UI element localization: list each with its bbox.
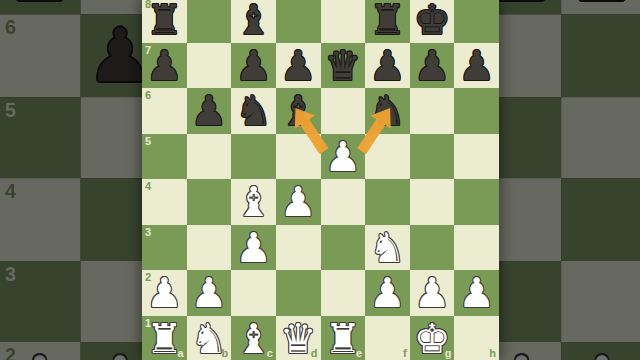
file-label-a: a	[178, 348, 184, 359]
white-pawn-f2[interactable]: ♟	[365, 271, 410, 317]
file-label-h: h	[489, 348, 496, 359]
black-pawn-h7[interactable]: ♟	[454, 44, 499, 90]
square-g7[interactable]: ♟	[410, 43, 455, 89]
square-a1[interactable]: 1a♜	[142, 316, 187, 360]
square-h5[interactable]	[454, 134, 499, 180]
square-g4[interactable]	[410, 179, 455, 225]
square-c4[interactable]: ♝	[231, 179, 276, 225]
square-h1[interactable]: h	[454, 316, 499, 360]
white-pawn-e5[interactable]: ♟	[321, 135, 366, 181]
square-d2[interactable]	[276, 270, 321, 316]
rank-label-5: 5	[145, 136, 151, 147]
square-a2: 2♟	[0, 342, 80, 360]
square-c7[interactable]: ♟	[231, 43, 276, 89]
white-pawn-d4[interactable]: ♟	[276, 180, 321, 226]
square-b8[interactable]	[187, 0, 232, 43]
rank-label-7: 7	[145, 45, 151, 56]
square-e4[interactable]	[321, 179, 366, 225]
square-c2[interactable]	[231, 270, 276, 316]
square-a2[interactable]: 2♟	[142, 270, 187, 316]
square-b6[interactable]: ♟	[187, 88, 232, 134]
square-e1[interactable]: e♜	[321, 316, 366, 360]
square-e5[interactable]: ♟	[321, 134, 366, 180]
white-pawn-h2[interactable]: ♟	[454, 271, 499, 317]
square-g2[interactable]: ♟	[410, 270, 455, 316]
square-h2: ♟	[562, 342, 640, 360]
black-bishop-d6[interactable]: ♝	[276, 89, 321, 135]
black-king-g8[interactable]: ♚	[410, 0, 455, 44]
square-b3[interactable]	[187, 225, 232, 271]
square-f8[interactable]: ♜	[365, 0, 410, 43]
square-a8[interactable]: 8♜	[142, 0, 187, 43]
square-h4	[562, 178, 640, 260]
square-h6[interactable]	[454, 88, 499, 134]
square-e6[interactable]	[321, 88, 366, 134]
square-f3[interactable]: ♞	[365, 225, 410, 271]
black-bishop-c8[interactable]: ♝	[231, 0, 276, 44]
white-bishop-c4[interactable]: ♝	[231, 180, 276, 226]
square-a4[interactable]: 4	[142, 179, 187, 225]
square-a4: 4	[0, 178, 80, 260]
square-f6[interactable]: ♞	[365, 88, 410, 134]
square-e3[interactable]	[321, 225, 366, 271]
square-a6[interactable]: 6	[142, 88, 187, 134]
square-h5	[562, 96, 640, 178]
square-a6: 6	[0, 14, 80, 96]
rank-label-2: 2	[5, 346, 16, 360]
square-g6[interactable]	[410, 88, 455, 134]
square-d7[interactable]: ♟	[276, 43, 321, 89]
rank-label-8: 8	[145, 0, 151, 10]
rank-label-6: 6	[5, 18, 16, 38]
rank-label-3: 3	[5, 264, 16, 284]
square-h8[interactable]	[454, 0, 499, 43]
square-f7[interactable]: ♟	[365, 43, 410, 89]
file-label-c: c	[267, 348, 273, 359]
square-f2[interactable]: ♟	[365, 270, 410, 316]
black-pawn-c7[interactable]: ♟	[231, 44, 276, 90]
square-b1[interactable]: b♞	[187, 316, 232, 360]
white-pawn-c3[interactable]: ♟	[231, 226, 276, 272]
rank-label-6: 6	[145, 90, 151, 101]
square-a3: 3	[0, 260, 80, 342]
rank-label-3: 3	[145, 227, 151, 238]
square-f1[interactable]: f	[365, 316, 410, 360]
square-h3[interactable]	[454, 225, 499, 271]
square-d5[interactable]	[276, 134, 321, 180]
rank-label-4: 4	[145, 181, 151, 192]
square-b7[interactable]	[187, 43, 232, 89]
square-c8[interactable]: ♝	[231, 0, 276, 43]
square-a3[interactable]: 3	[142, 225, 187, 271]
file-label-f: f	[403, 348, 407, 359]
square-b5[interactable]	[187, 134, 232, 180]
white-pawn-g2[interactable]: ♟	[410, 271, 455, 317]
black-queen-e7[interactable]: ♛	[321, 44, 366, 90]
file-label-d: d	[311, 348, 318, 359]
file-label-e: e	[356, 348, 362, 359]
square-g8[interactable]: ♚	[410, 0, 455, 43]
square-a7[interactable]: 7♟	[142, 43, 187, 89]
file-label-b: b	[222, 348, 229, 359]
square-h6	[562, 14, 640, 96]
black-knight-c6[interactable]: ♞	[231, 89, 276, 135]
square-g1[interactable]: g♚	[410, 316, 455, 360]
square-e7[interactable]: ♛	[321, 43, 366, 89]
black-pawn-d7[interactable]: ♟	[276, 44, 321, 90]
square-b4[interactable]	[187, 179, 232, 225]
square-e8[interactable]	[321, 0, 366, 43]
square-a7: 7♟	[0, 0, 80, 14]
square-d6[interactable]: ♝	[276, 88, 321, 134]
square-g5[interactable]	[410, 134, 455, 180]
black-knight-f6[interactable]: ♞	[365, 89, 410, 135]
rank-label-5: 5	[5, 100, 16, 120]
square-d4[interactable]: ♟	[276, 179, 321, 225]
white-pawn-b2[interactable]: ♟	[187, 271, 232, 317]
square-c5[interactable]	[231, 134, 276, 180]
square-c1[interactable]: c♝	[231, 316, 276, 360]
white-pawn-h2: ♟	[562, 344, 640, 360]
square-h7: ♟	[562, 0, 640, 14]
square-h2[interactable]: ♟	[454, 270, 499, 316]
rank-label-4: 4	[5, 182, 16, 202]
square-f4[interactable]	[365, 179, 410, 225]
square-c6[interactable]: ♞	[231, 88, 276, 134]
rank-label-1: 1	[145, 318, 151, 329]
square-g3[interactable]	[410, 225, 455, 271]
square-e2[interactable]	[321, 270, 366, 316]
chess-board: 8♜♝♜♚7♟♟♟♛♟♟♟6♟♞♝♞5♟4♝♟3♟♞2♟♟♟♟♟1a♜b♞c♝d…	[142, 0, 499, 360]
square-d8[interactable]	[276, 0, 321, 43]
square-a5: 5	[0, 96, 80, 178]
file-label-g: g	[445, 348, 452, 359]
rank-label-2: 2	[145, 272, 151, 283]
square-d3[interactable]	[276, 225, 321, 271]
square-c3[interactable]: ♟	[231, 225, 276, 271]
black-pawn-f7[interactable]: ♟	[365, 44, 410, 90]
square-d1[interactable]: d♛	[276, 316, 321, 360]
square-h7[interactable]: ♟	[454, 43, 499, 89]
black-pawn-b6[interactable]: ♟	[187, 89, 232, 135]
black-pawn-g7[interactable]: ♟	[410, 44, 455, 90]
black-rook-f8[interactable]: ♜	[365, 0, 410, 44]
square-b2[interactable]: ♟	[187, 270, 232, 316]
square-h4[interactable]	[454, 179, 499, 225]
square-f5[interactable]	[365, 134, 410, 180]
video-frame: 8♜♝♜♚7♟♟♟♛♟♟♟6♟♞♝♞5♟4♝♟3♟♞2♟♟♟♟♟1a♜b♞c♝d…	[0, 0, 640, 360]
square-a5[interactable]: 5	[142, 134, 187, 180]
square-h3	[562, 260, 640, 342]
white-knight-f3[interactable]: ♞	[365, 226, 410, 272]
